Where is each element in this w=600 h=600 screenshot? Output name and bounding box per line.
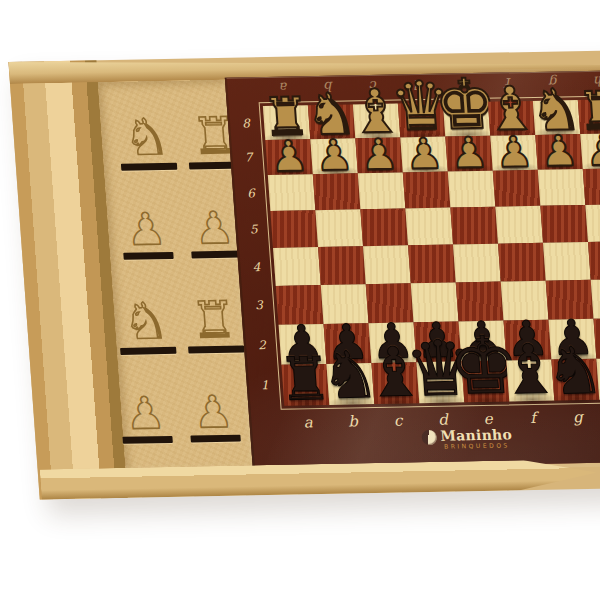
square-c6 xyxy=(358,172,406,209)
square-e7: ♟ xyxy=(445,136,492,172)
tray-storage-knight: ♞ xyxy=(118,115,176,171)
tray-storage-knight: ♞ xyxy=(117,299,175,355)
storage-slot xyxy=(122,436,172,444)
square-d4 xyxy=(408,244,456,283)
square-b5 xyxy=(315,209,363,247)
tan-pawn: ♟ xyxy=(584,130,600,171)
coordinate-label: 1 xyxy=(251,365,278,406)
board-grid: ♜♞♝♛♚♝♞♜♟♟♟♟♟♟♟♟♟♟♟♟♟♟♟♟♜♞♝♛♚♝♞♜ xyxy=(263,99,600,406)
square-b4 xyxy=(318,246,366,285)
engraved-pawn-outline: ♟ xyxy=(124,393,166,433)
square-h4 xyxy=(588,241,600,280)
square-e5 xyxy=(450,207,498,245)
square-d5 xyxy=(405,208,453,246)
tan-pawn: ♟ xyxy=(449,133,490,174)
wooden-box: ♞♜♟♟♞♜♟♟ abcdefgh 87654321 87654321 ♜♞♝♛… xyxy=(8,49,600,499)
tray-storage-pawn: ♟ xyxy=(117,393,175,444)
product-photo-chess-set: ♞♜♟♟♞♜♟♟ abcdefgh 87654321 87654321 ♜♞♝♛… xyxy=(0,0,600,600)
scene-perspective-wrap: ♞♜♟♟♞♜♟♟ abcdefgh 87654321 87654321 ♜♞♝♛… xyxy=(8,43,600,507)
tan-pawn: ♟ xyxy=(269,136,310,177)
square-c4 xyxy=(363,245,411,284)
storage-slot xyxy=(120,163,176,171)
coordinate-label: 6 xyxy=(238,175,265,211)
storage-slot xyxy=(191,250,241,258)
square-g5 xyxy=(540,205,588,243)
tan-pawn: ♟ xyxy=(494,132,535,173)
storage-slot xyxy=(123,251,173,259)
engraved-knight-outline: ♞ xyxy=(122,299,170,345)
engraved-rook-outline: ♜ xyxy=(190,298,238,344)
square-c7: ♟ xyxy=(355,137,402,173)
storage-slot xyxy=(120,347,176,355)
square-f7: ♟ xyxy=(490,135,537,171)
square-g4 xyxy=(543,242,591,281)
coordinate-label: 7 xyxy=(235,140,262,175)
square-h1: ♜ xyxy=(596,358,600,400)
square-a7: ♟ xyxy=(265,139,312,175)
coordinate-label: c xyxy=(375,411,421,430)
coordinate-label: a xyxy=(285,413,331,432)
tray-storage-pawn: ♟ xyxy=(185,392,243,443)
square-g6 xyxy=(538,169,586,206)
tan-pawn: ♟ xyxy=(359,135,400,176)
tray-storage-pawn: ♟ xyxy=(118,209,176,260)
coordinate-label: e xyxy=(465,409,511,428)
square-c5 xyxy=(360,208,408,246)
storage-slot xyxy=(190,434,240,442)
tan-pawn: ♟ xyxy=(404,134,445,175)
engraved-knight-outline: ♞ xyxy=(122,115,170,161)
tray-row: ♟♟ xyxy=(115,208,246,260)
tray-row: ♞♜ xyxy=(115,114,246,171)
coordinate-label: 5 xyxy=(240,211,267,248)
coordinate-label: d xyxy=(420,410,466,429)
square-f5 xyxy=(495,206,543,244)
playing-area-frame: ♜♞♝♛♚♝♞♜♟♟♟♟♟♟♟♟♟♟♟♟♟♟♟♟♜♞♝♛♚♝♞♜ xyxy=(259,95,600,410)
tray-storage-rook: ♜ xyxy=(185,298,243,354)
engraved-pawn-outline: ♟ xyxy=(192,392,234,432)
tray-row: ♟♟ xyxy=(114,392,245,444)
chess-board: abcdefgh 87654321 87654321 ♜♞♝♛♚♝♞♜♟♟♟♟♟… xyxy=(225,69,600,469)
tan-pawn: ♟ xyxy=(539,131,580,172)
engraved-pawn-outline: ♟ xyxy=(193,208,235,248)
square-e6 xyxy=(448,171,496,208)
square-h5 xyxy=(585,204,600,242)
square-b7: ♟ xyxy=(310,138,357,174)
coordinate-label: 2 xyxy=(249,325,276,365)
brand-subtitle: Brinquedos xyxy=(444,442,510,449)
square-h6 xyxy=(583,168,600,205)
tray-row: ♞♜ xyxy=(115,298,246,355)
coordinate-label: b xyxy=(330,412,376,431)
square-b6 xyxy=(313,173,361,210)
tan-pawn: ♟ xyxy=(314,136,355,177)
crescent-circle-icon xyxy=(421,430,437,445)
coordinate-label: 3 xyxy=(246,286,273,325)
brand-name: Maninho xyxy=(440,427,513,442)
coordinate-label: 8 xyxy=(233,106,259,140)
storage-slot xyxy=(188,346,244,354)
coordinate-label: f xyxy=(510,409,556,428)
brand-logo-inner: Maninho Brinquedos xyxy=(421,427,513,450)
square-d7: ♟ xyxy=(400,137,447,173)
square-a5 xyxy=(270,210,318,248)
square-f6 xyxy=(493,170,541,207)
square-a4 xyxy=(273,247,321,286)
square-h7: ♟ xyxy=(580,133,600,169)
coordinate-label: g xyxy=(555,408,600,427)
engraved-pawn-outline: ♟ xyxy=(125,209,167,249)
square-a6 xyxy=(268,174,316,211)
square-e4 xyxy=(453,244,501,283)
square-d6 xyxy=(403,172,451,209)
brand-logo-text: Maninho Brinquedos xyxy=(440,427,513,449)
square-g7: ♟ xyxy=(535,134,582,170)
coordinate-label: 4 xyxy=(243,248,270,286)
square-f4 xyxy=(498,243,546,282)
